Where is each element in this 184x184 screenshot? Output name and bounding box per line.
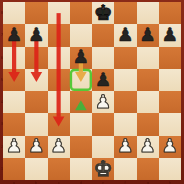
black-pawn-g7[interactable]: ♟ <box>137 24 159 46</box>
rank-label-4: 4 <box>0 100 4 103</box>
rank-label-6: 6 <box>0 56 4 59</box>
square-b6[interactable] <box>25 47 47 69</box>
square-d8[interactable] <box>70 2 92 24</box>
black-pawn-f7[interactable]: ♟ <box>114 24 136 46</box>
square-f1[interactable] <box>114 158 136 180</box>
square-g4[interactable] <box>137 91 159 113</box>
piece-glyph: ♚ <box>93 2 112 24</box>
piece-glyph: ♟ <box>6 137 23 156</box>
square-d1[interactable] <box>70 158 92 180</box>
file-label-a: a <box>12 181 16 184</box>
piece-glyph: ♟ <box>117 26 134 45</box>
square-f5[interactable] <box>114 69 136 91</box>
square-a6[interactable] <box>3 47 25 69</box>
square-d5[interactable] <box>70 69 92 91</box>
square-c4[interactable] <box>48 91 70 113</box>
black-pawn-h7[interactable]: ♟ <box>159 24 181 46</box>
chess-board-frame: ♚♟♟♟♟♟♟♟♟♟♟♟♟♟♟♚ abcdefgh87654321 <box>0 0 184 184</box>
rank-label-2: 2 <box>0 145 4 148</box>
square-c1[interactable] <box>48 158 70 180</box>
white-pawn-e4[interactable]: ♟ <box>92 91 114 113</box>
white-pawn-a2[interactable]: ♟ <box>3 136 25 158</box>
file-label-e: e <box>101 181 105 184</box>
square-g5[interactable] <box>137 69 159 91</box>
piece-glyph: ♟ <box>162 137 179 156</box>
rank-label-8: 8 <box>0 11 4 14</box>
square-b4[interactable] <box>25 91 47 113</box>
black-pawn-d6[interactable]: ♟ <box>70 47 92 69</box>
rank-label-5: 5 <box>0 78 4 81</box>
white-pawn-f2[interactable]: ♟ <box>114 136 136 158</box>
rank-label-1: 1 <box>0 167 4 170</box>
square-h3[interactable] <box>159 113 181 135</box>
piece-glyph: ♟ <box>6 26 23 45</box>
square-a4[interactable] <box>3 91 25 113</box>
file-label-h: h <box>168 181 172 184</box>
white-pawn-g2[interactable]: ♟ <box>137 136 159 158</box>
square-b8[interactable] <box>25 2 47 24</box>
square-b5[interactable] <box>25 69 47 91</box>
square-g3[interactable] <box>137 113 159 135</box>
square-d4[interactable] <box>70 91 92 113</box>
square-a1[interactable] <box>3 158 25 180</box>
rank-label-7: 7 <box>0 34 4 37</box>
piece-glyph: ♟ <box>117 137 134 156</box>
square-h1[interactable] <box>159 158 181 180</box>
black-pawn-e5[interactable]: ♟ <box>92 69 114 91</box>
white-pawn-b2[interactable]: ♟ <box>25 136 47 158</box>
square-e7[interactable] <box>92 24 114 46</box>
square-c7[interactable] <box>48 24 70 46</box>
square-a5[interactable] <box>3 69 25 91</box>
file-label-c: c <box>57 181 61 184</box>
white-pawn-c2[interactable]: ♟ <box>48 136 70 158</box>
piece-glyph: ♟ <box>73 48 90 67</box>
black-pawn-a7[interactable]: ♟ <box>3 24 25 46</box>
square-b1[interactable] <box>25 158 47 180</box>
piece-glyph: ♟ <box>28 26 45 45</box>
piece-glyph: ♟ <box>139 26 156 45</box>
piece-glyph: ♟ <box>50 137 67 156</box>
square-e2[interactable] <box>92 136 114 158</box>
white-pawn-h2[interactable]: ♟ <box>159 136 181 158</box>
white-king-e1[interactable]: ♚ <box>92 158 114 180</box>
square-h5[interactable] <box>159 69 181 91</box>
square-f3[interactable] <box>114 113 136 135</box>
square-f6[interactable] <box>114 47 136 69</box>
square-a3[interactable] <box>3 113 25 135</box>
piece-glyph: ♟ <box>28 137 45 156</box>
file-label-d: d <box>79 181 83 184</box>
black-pawn-b7[interactable]: ♟ <box>25 24 47 46</box>
square-h4[interactable] <box>159 91 181 113</box>
square-g8[interactable] <box>137 2 159 24</box>
square-g1[interactable] <box>137 158 159 180</box>
piece-glyph: ♟ <box>95 93 112 112</box>
square-h8[interactable] <box>159 2 181 24</box>
square-e3[interactable] <box>92 113 114 135</box>
file-label-b: b <box>34 181 38 184</box>
square-d3[interactable] <box>70 113 92 135</box>
square-g6[interactable] <box>137 47 159 69</box>
piece-glyph: ♟ <box>95 71 112 90</box>
file-label-f: f <box>123 181 127 184</box>
piece-glyph: ♚ <box>93 158 112 180</box>
square-h6[interactable] <box>159 47 181 69</box>
square-e6[interactable] <box>92 47 114 69</box>
file-label-g: g <box>146 181 150 184</box>
square-d7[interactable] <box>70 24 92 46</box>
square-c5[interactable] <box>48 69 70 91</box>
square-c6[interactable] <box>48 47 70 69</box>
square-f8[interactable] <box>114 2 136 24</box>
rank-label-3: 3 <box>0 123 4 126</box>
black-king-e8[interactable]: ♚ <box>92 2 114 24</box>
square-c8[interactable] <box>48 2 70 24</box>
square-f4[interactable] <box>114 91 136 113</box>
square-b3[interactable] <box>25 113 47 135</box>
square-c3[interactable] <box>48 113 70 135</box>
piece-glyph: ♟ <box>162 26 179 45</box>
square-a8[interactable] <box>3 2 25 24</box>
square-d2[interactable] <box>70 136 92 158</box>
piece-glyph: ♟ <box>139 137 156 156</box>
